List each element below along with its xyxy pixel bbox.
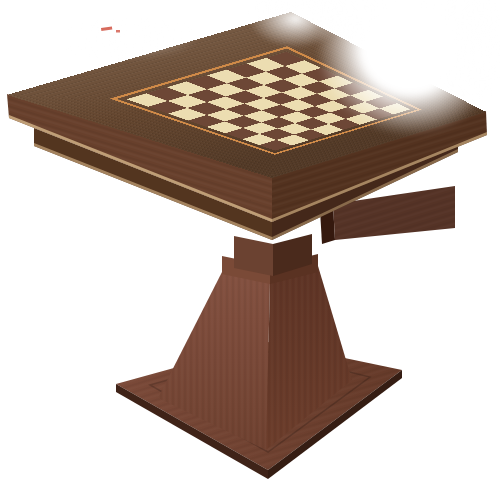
chess-table-photo (0, 0, 500, 499)
red-speck-artifact (101, 26, 120, 32)
chessboard (127, 52, 411, 151)
